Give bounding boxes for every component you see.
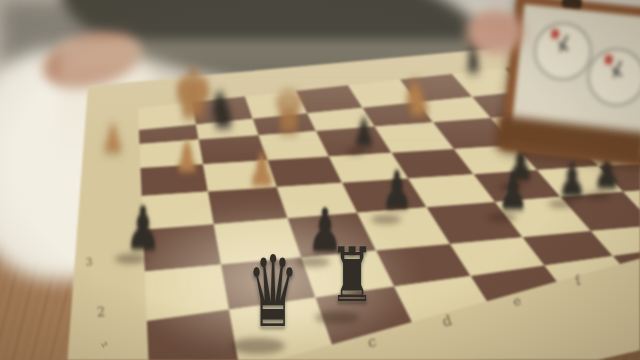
vignette-overlay — [0, 0, 640, 360]
photo-scene: cdef321 ♚♛♞♟♟♟♞♟♟♟♟♟♟♟♟♜♛♝ — [0, 0, 640, 360]
